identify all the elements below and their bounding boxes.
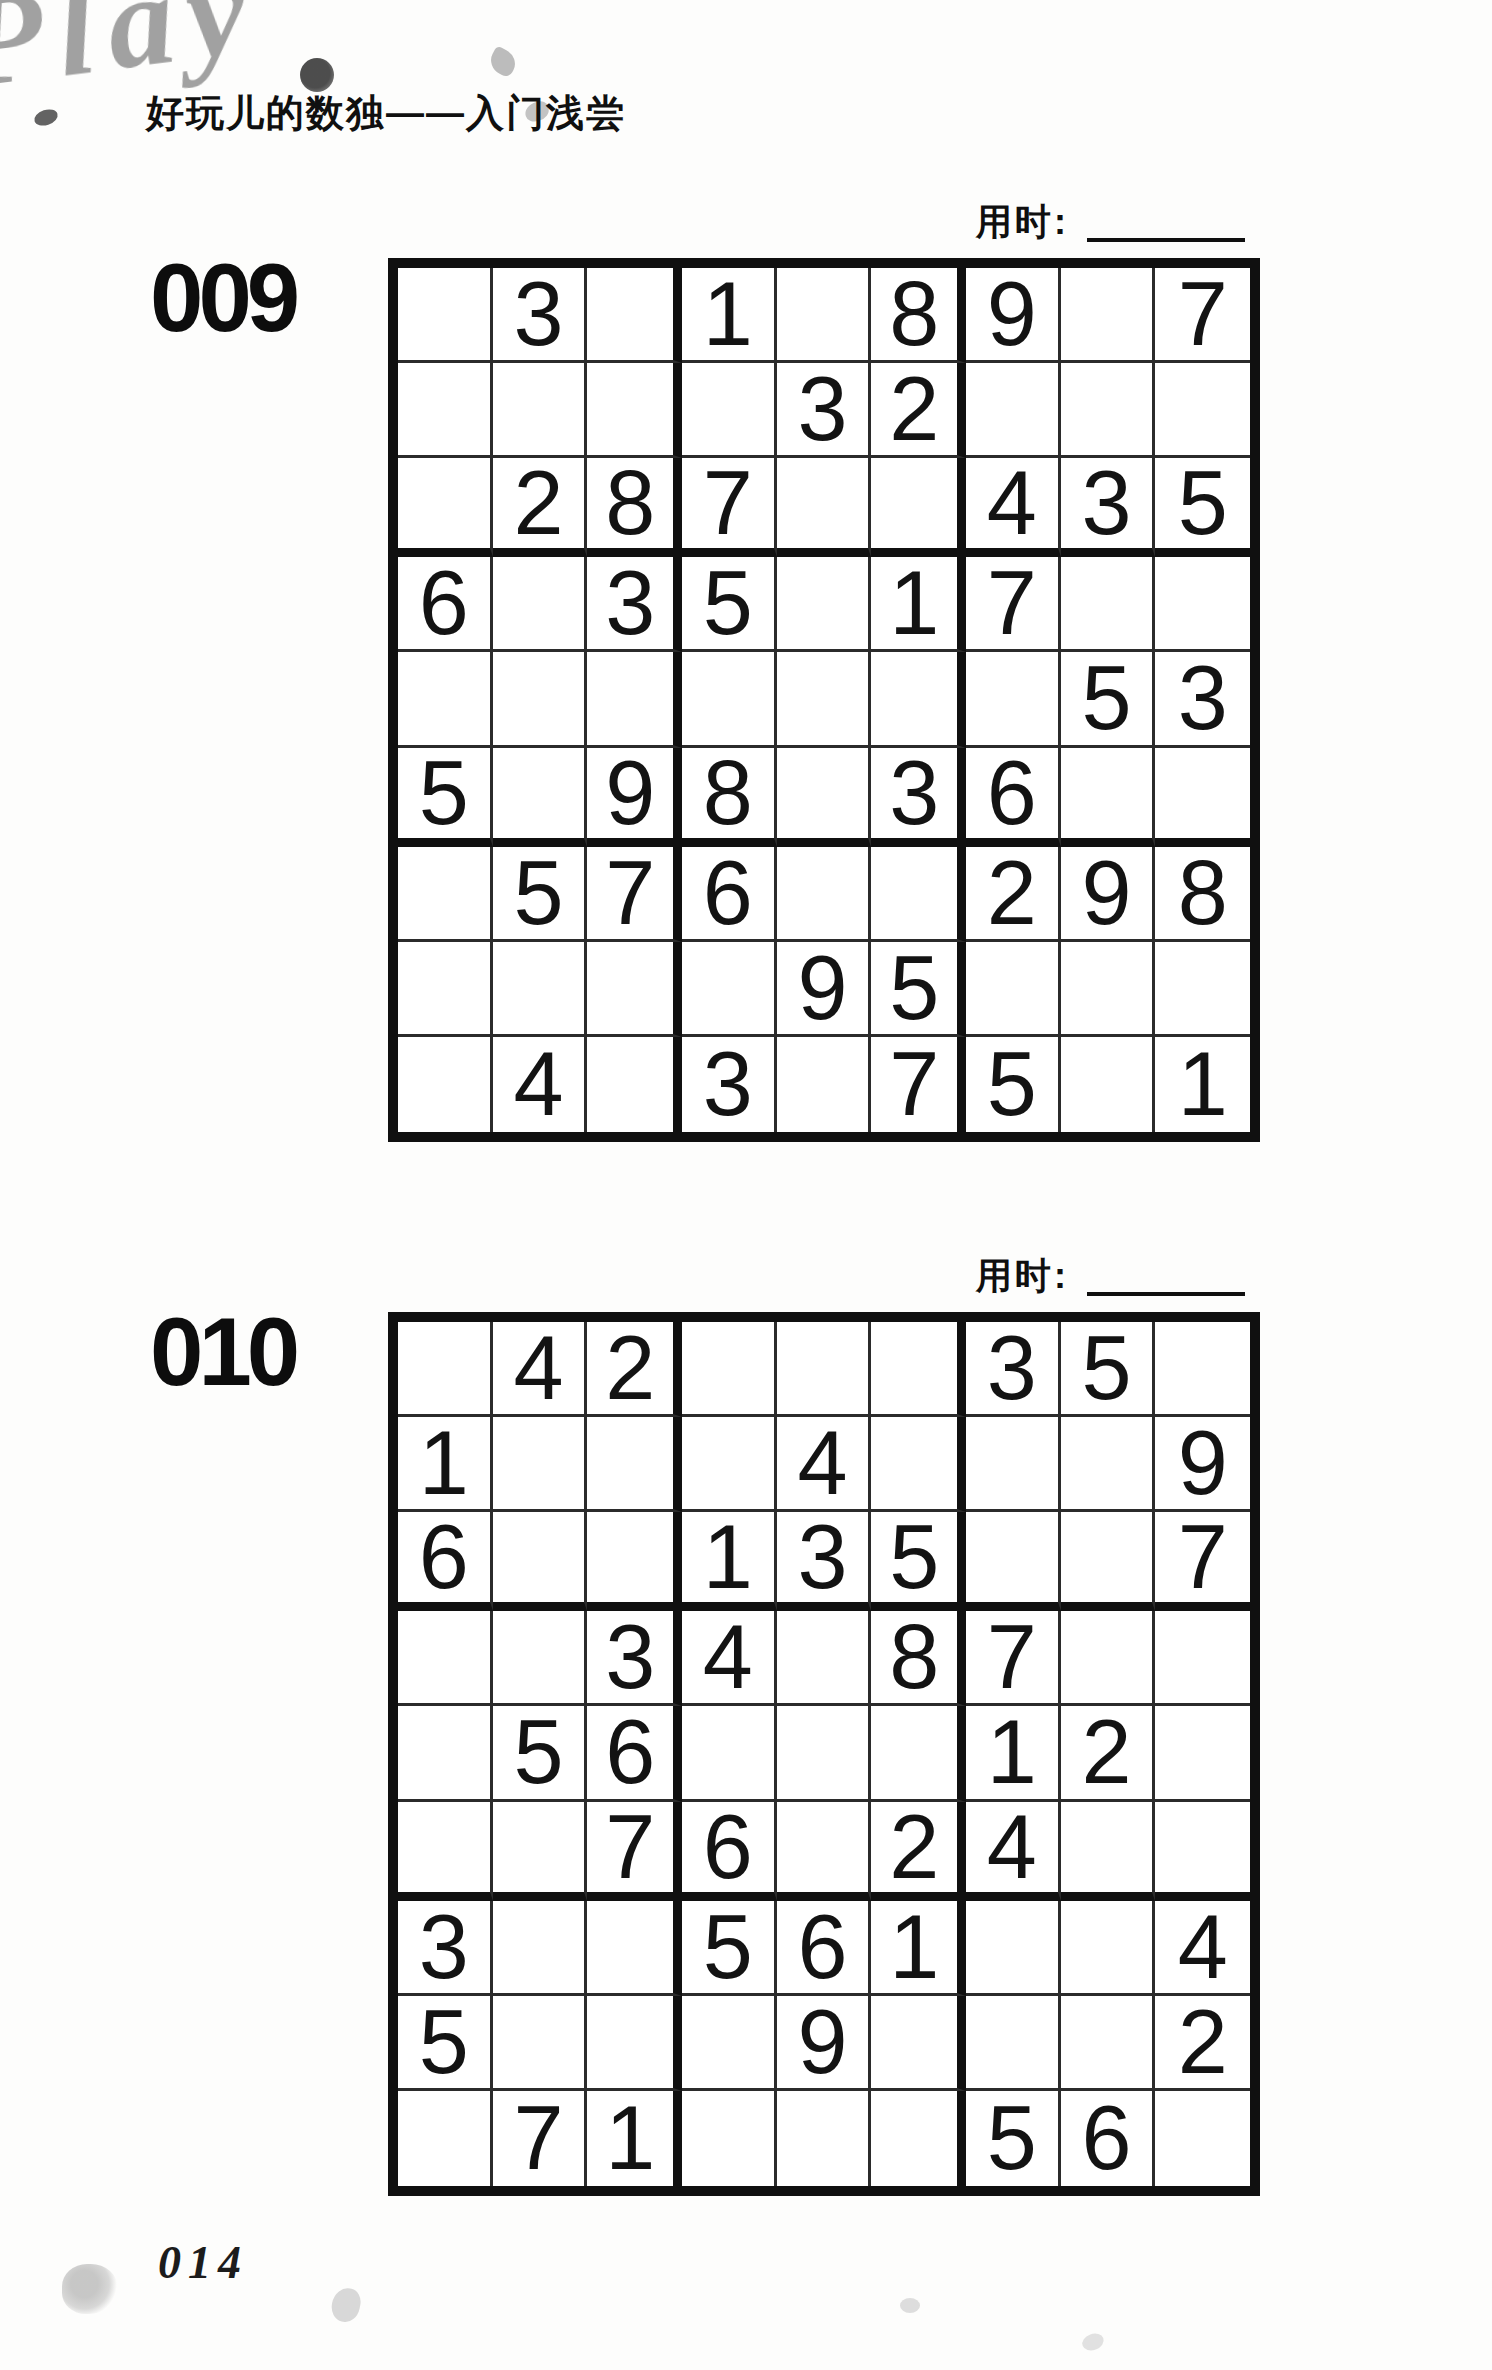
given-digit: 4 xyxy=(987,458,1037,548)
given-digit: 6 xyxy=(1081,2093,1131,2183)
sudoku-cell-r2c1[interactable] xyxy=(398,363,493,458)
sudoku-cell-r1c1[interactable] xyxy=(398,1322,493,1417)
sudoku-cell-r6c1[interactable]: 5 xyxy=(398,748,493,847)
given-digit: 3 xyxy=(513,269,563,359)
given-digit: 2 xyxy=(987,848,1037,938)
given-digit: 5 xyxy=(987,2093,1037,2183)
sudoku-cell-r3c7[interactable]: 4 xyxy=(966,458,1061,557)
sudoku-cell-r8c5[interactable]: 9 xyxy=(777,1996,872,2091)
sudoku-cell-r6c4[interactable]: 6 xyxy=(682,1802,777,1901)
sudoku-cell-r3c8[interactable] xyxy=(1061,1512,1156,1611)
sudoku-cell-r1c5[interactable] xyxy=(777,268,872,363)
sudoku-cell-r2c3[interactable] xyxy=(587,1417,682,1512)
sudoku-cell-r1c6[interactable] xyxy=(871,1322,966,1417)
sudoku-cell-r9c1[interactable] xyxy=(398,2091,493,2186)
sudoku-cell-r5c9[interactable]: 3 xyxy=(1155,652,1250,747)
sudoku-cell-r3c8[interactable]: 3 xyxy=(1061,458,1156,557)
given-digit: 5 xyxy=(889,1512,939,1602)
given-digit: 8 xyxy=(889,269,939,359)
sudoku-cell-r1c9[interactable]: 7 xyxy=(1155,268,1250,363)
sudoku-cell-r5c7[interactable] xyxy=(966,652,1061,747)
given-digit: 5 xyxy=(513,848,563,938)
sudoku-cell-r8c8[interactable] xyxy=(1061,1996,1156,2091)
sudoku-cell-r7c2[interactable] xyxy=(493,1901,588,1996)
given-digit: 3 xyxy=(605,1612,655,1702)
sudoku-cell-r6c3[interactable]: 9 xyxy=(587,748,682,847)
sudoku-cell-r6c2[interactable] xyxy=(493,748,588,847)
sudoku-cell-r8c4[interactable] xyxy=(682,942,777,1037)
puzzle-number-009: 009 xyxy=(150,250,295,346)
sudoku-cell-r4c8[interactable] xyxy=(1061,557,1156,652)
given-digit: 9 xyxy=(1178,1418,1228,1508)
sudoku-cell-r9c4[interactable] xyxy=(682,2091,777,2186)
sudoku-cell-r7c6[interactable] xyxy=(871,847,966,942)
given-digit: 7 xyxy=(889,1039,939,1129)
sudoku-cell-r8c3[interactable] xyxy=(587,942,682,1037)
sudoku-cell-r8c7[interactable] xyxy=(966,1996,1061,2091)
given-digit: 5 xyxy=(703,1902,753,1992)
sudoku-cell-r6c2[interactable] xyxy=(493,1802,588,1901)
sudoku-cell-r2c7[interactable] xyxy=(966,1417,1061,1512)
sudoku-cell-r2c4[interactable] xyxy=(682,1417,777,1512)
sudoku-cell-r1c7[interactable]: 3 xyxy=(966,1322,1061,1417)
time-used-row-010: 用时: xyxy=(976,1252,1245,1296)
given-digit: 9 xyxy=(605,748,655,838)
sudoku-cell-r6c7[interactable]: 6 xyxy=(966,748,1061,847)
given-digit: 3 xyxy=(605,558,655,648)
sudoku-cell-r4c4[interactable]: 4 xyxy=(682,1611,777,1706)
given-digit: 1 xyxy=(703,269,753,359)
sudoku-cell-r1c8[interactable] xyxy=(1061,268,1156,363)
given-digit: 2 xyxy=(889,364,939,454)
given-digit: 1 xyxy=(889,558,939,648)
sudoku-cell-r3c1[interactable] xyxy=(398,458,493,557)
sudoku-cell-r7c8[interactable]: 9 xyxy=(1061,847,1156,942)
given-digit: 5 xyxy=(419,748,469,838)
given-digit: 6 xyxy=(703,848,753,938)
given-digit: 7 xyxy=(605,848,655,938)
time-used-row-009: 用时: xyxy=(976,198,1245,242)
sudoku-cell-r9c4[interactable]: 3 xyxy=(682,1037,777,1132)
sudoku-cell-r6c9[interactable] xyxy=(1155,748,1250,847)
sudoku-cell-r3c9[interactable]: 5 xyxy=(1155,458,1250,557)
sudoku-cell-r8c6[interactable]: 5 xyxy=(871,942,966,1037)
sudoku-cell-r2c8[interactable] xyxy=(1061,363,1156,458)
ink-smudge xyxy=(300,58,334,92)
sudoku-cell-r4c7[interactable]: 7 xyxy=(966,557,1061,652)
sudoku-cell-r3c4[interactable]: 1 xyxy=(682,1512,777,1611)
given-digit: 7 xyxy=(987,558,1037,648)
given-digit: 5 xyxy=(1178,458,1228,548)
time-used-label: 用时: xyxy=(976,201,1069,242)
given-digit: 7 xyxy=(513,2093,563,2183)
sudoku-cell-r1c4[interactable] xyxy=(682,1322,777,1417)
ink-smudge xyxy=(486,45,520,78)
given-digit: 2 xyxy=(605,1323,655,1413)
given-digit: 3 xyxy=(987,1323,1037,1413)
sudoku-cell-r5c5[interactable] xyxy=(777,1706,872,1801)
sudoku-cell-r8c9[interactable] xyxy=(1155,942,1250,1037)
sudoku-cell-r6c5[interactable] xyxy=(777,748,872,847)
sudoku-cell-r5c2[interactable]: 5 xyxy=(493,1706,588,1801)
given-digit: 7 xyxy=(1178,1512,1228,1602)
sudoku-cell-r7c5[interactable] xyxy=(777,847,872,942)
sudoku-cell-r1c2[interactable]: 3 xyxy=(493,268,588,363)
sudoku-cell-r9c8[interactable]: 6 xyxy=(1061,2091,1156,2186)
sudoku-cell-r5c5[interactable] xyxy=(777,652,872,747)
sudoku-cell-r2c8[interactable] xyxy=(1061,1417,1156,1512)
sudoku-cell-r3c9[interactable]: 7 xyxy=(1155,1512,1250,1611)
sudoku-cell-r7c1[interactable]: 3 xyxy=(398,1901,493,1996)
sudoku-cell-r2c3[interactable] xyxy=(587,363,682,458)
given-digit: 3 xyxy=(1081,458,1131,548)
given-digit: 3 xyxy=(419,1902,469,1992)
given-digit: 9 xyxy=(987,269,1037,359)
sudoku-cell-r4c9[interactable] xyxy=(1155,1611,1250,1706)
sudoku-cell-r6c6[interactable]: 2 xyxy=(871,1802,966,1901)
given-digit: 5 xyxy=(419,1997,469,2087)
sudoku-cell-r2c9[interactable]: 9 xyxy=(1155,1417,1250,1512)
sudoku-cell-r9c9[interactable]: 1 xyxy=(1155,1037,1250,1132)
sudoku-cell-r1c4[interactable]: 1 xyxy=(682,268,777,363)
given-digit: 8 xyxy=(703,748,753,838)
sudoku-cell-r9c9[interactable] xyxy=(1155,2091,1250,2186)
sudoku-cell-r9c8[interactable] xyxy=(1061,1037,1156,1132)
sudoku-cell-r4c3[interactable]: 3 xyxy=(587,1611,682,1706)
given-digit: 8 xyxy=(1178,848,1228,938)
time-used-label: 用时: xyxy=(976,1255,1069,1296)
given-digit: 7 xyxy=(605,1802,655,1892)
time-blank-line[interactable] xyxy=(1087,202,1245,242)
given-digit: 6 xyxy=(419,558,469,648)
given-digit: 3 xyxy=(703,1039,753,1129)
sudoku-grid-010: 423514961357348756127624356145927156 xyxy=(388,1312,1260,2196)
sudoku-cell-r4c7[interactable]: 7 xyxy=(966,1611,1061,1706)
sudoku-cell-r5c9[interactable] xyxy=(1155,1706,1250,1801)
sudoku-cell-r4c1[interactable]: 6 xyxy=(398,557,493,652)
sudoku-cell-r4c6[interactable]: 8 xyxy=(871,1611,966,1706)
sudoku-cell-r5c3[interactable] xyxy=(587,652,682,747)
sudoku-cell-r8c2[interactable] xyxy=(493,1996,588,2091)
sudoku-cell-r5c4[interactable] xyxy=(682,652,777,747)
given-digit: 4 xyxy=(797,1418,847,1508)
sudoku-cell-r4c6[interactable]: 1 xyxy=(871,557,966,652)
sudoku-cell-r5c7[interactable]: 1 xyxy=(966,1706,1061,1801)
given-digit: 3 xyxy=(797,1512,847,1602)
sudoku-cell-r9c6[interactable]: 7 xyxy=(871,1037,966,1132)
sudoku-cell-r1c6[interactable]: 8 xyxy=(871,268,966,363)
given-digit: 5 xyxy=(1081,653,1131,743)
ink-smudge xyxy=(62,2264,118,2314)
sudoku-cell-r3c2[interactable] xyxy=(493,1512,588,1611)
sudoku-cell-r3c6[interactable]: 5 xyxy=(871,1512,966,1611)
sudoku-cell-r6c5[interactable] xyxy=(777,1802,872,1901)
sudoku-cell-r4c2[interactable] xyxy=(493,557,588,652)
given-digit: 5 xyxy=(513,1707,563,1797)
sudoku-cell-r7c3[interactable]: 7 xyxy=(587,847,682,942)
sudoku-cell-r1c3[interactable] xyxy=(587,268,682,363)
sudoku-cell-r9c2[interactable]: 4 xyxy=(493,1037,588,1132)
given-digit: 7 xyxy=(703,458,753,548)
given-digit: 8 xyxy=(605,458,655,548)
given-digit: 2 xyxy=(1081,1707,1131,1797)
sudoku-cell-r7c5[interactable]: 6 xyxy=(777,1901,872,1996)
given-digit: 5 xyxy=(1081,1323,1131,1413)
sudoku-cell-r1c7[interactable]: 9 xyxy=(966,268,1061,363)
sudoku-cell-r3c5[interactable] xyxy=(777,458,872,557)
sudoku-cell-r4c9[interactable] xyxy=(1155,557,1250,652)
sudoku-cell-r8c8[interactable] xyxy=(1061,942,1156,1037)
sudoku-cell-r8c1[interactable] xyxy=(398,942,493,1037)
page-number: 014 xyxy=(158,2236,248,2289)
given-digit: 1 xyxy=(987,1707,1037,1797)
sudoku-cell-r9c1[interactable] xyxy=(398,1037,493,1132)
sudoku-cell-r9c5[interactable] xyxy=(777,2091,872,2186)
sudoku-cell-r8c1[interactable]: 5 xyxy=(398,1996,493,2091)
sudoku-cell-r3c6[interactable] xyxy=(871,458,966,557)
given-digit: 5 xyxy=(889,943,939,1033)
sudoku-cell-r8c6[interactable] xyxy=(871,1996,966,2091)
sudoku-cell-r9c7[interactable]: 5 xyxy=(966,1037,1061,1132)
sudoku-cell-r6c7[interactable]: 4 xyxy=(966,1802,1061,1901)
sudoku-cell-r5c6[interactable] xyxy=(871,652,966,747)
sudoku-cell-r1c8[interactable]: 5 xyxy=(1061,1322,1156,1417)
sudoku-cell-r2c9[interactable] xyxy=(1155,363,1250,458)
given-digit: 9 xyxy=(797,943,847,1033)
page-title: 好玩儿的数独——入门浅尝 xyxy=(146,88,626,139)
sudoku-cell-r4c2[interactable] xyxy=(493,1611,588,1706)
sudoku-cell-r8c2[interactable] xyxy=(493,942,588,1037)
sudoku-cell-r7c7[interactable] xyxy=(966,1901,1061,1996)
time-blank-line[interactable] xyxy=(1087,1256,1245,1296)
given-digit: 5 xyxy=(703,558,753,648)
sudoku-cell-r3c1[interactable]: 6 xyxy=(398,1512,493,1611)
sudoku-cell-r5c1[interactable] xyxy=(398,1706,493,1801)
given-digit: 3 xyxy=(1178,653,1228,743)
sudoku-cell-r2c2[interactable] xyxy=(493,1417,588,1512)
sudoku-cell-r9c2[interactable]: 7 xyxy=(493,2091,588,2186)
given-digit: 6 xyxy=(987,748,1037,838)
sudoku-grid-009: 31897322874356351753598365762989543751 xyxy=(388,258,1260,1142)
sudoku-cell-r1c2[interactable]: 4 xyxy=(493,1322,588,1417)
sudoku-cell-r5c4[interactable] xyxy=(682,1706,777,1801)
sudoku-cell-r4c3[interactable]: 3 xyxy=(587,557,682,652)
sudoku-cell-r7c4[interactable]: 6 xyxy=(682,847,777,942)
sudoku-cell-r7c3[interactable] xyxy=(587,1901,682,1996)
given-digit: 8 xyxy=(889,1612,939,1702)
sudoku-cell-r3c3[interactable]: 8 xyxy=(587,458,682,557)
sudoku-cell-r5c3[interactable]: 6 xyxy=(587,1706,682,1801)
sudoku-cell-r2c5[interactable]: 3 xyxy=(777,363,872,458)
given-digit: 2 xyxy=(1178,1997,1228,2087)
sudoku-cell-r4c8[interactable] xyxy=(1061,1611,1156,1706)
sudoku-cell-r9c3[interactable]: 1 xyxy=(587,2091,682,2186)
sudoku-cell-r9c3[interactable] xyxy=(587,1037,682,1132)
given-digit: 2 xyxy=(513,458,563,548)
sudoku-cell-r5c2[interactable] xyxy=(493,652,588,747)
given-digit: 1 xyxy=(1178,1039,1228,1129)
given-digit: 5 xyxy=(987,1039,1037,1129)
sudoku-cell-r6c8[interactable] xyxy=(1061,1802,1156,1901)
sudoku-cell-r4c5[interactable] xyxy=(777,557,872,652)
sudoku-cell-r5c8[interactable]: 5 xyxy=(1061,652,1156,747)
sudoku-cell-r1c1[interactable] xyxy=(398,268,493,363)
given-digit: 7 xyxy=(987,1612,1037,1702)
given-digit: 4 xyxy=(987,1802,1037,1892)
given-digit: 6 xyxy=(605,1707,655,1797)
sudoku-cell-r2c6[interactable] xyxy=(871,1417,966,1512)
sudoku-cell-r7c1[interactable] xyxy=(398,847,493,942)
puzzle-number-010: 010 xyxy=(150,1304,295,1400)
given-digit: 4 xyxy=(703,1612,753,1702)
sudoku-cell-r8c5[interactable]: 9 xyxy=(777,942,872,1037)
ink-smudge xyxy=(1080,2331,1106,2354)
sudoku-cell-r8c9[interactable]: 2 xyxy=(1155,1996,1250,2091)
given-digit: 3 xyxy=(889,748,939,838)
sudoku-cell-r9c5[interactable] xyxy=(777,1037,872,1132)
given-digit: 7 xyxy=(1178,269,1228,359)
sudoku-cell-r4c4[interactable]: 5 xyxy=(682,557,777,652)
sudoku-cell-r6c9[interactable] xyxy=(1155,1802,1250,1901)
sudoku-cell-r7c2[interactable]: 5 xyxy=(493,847,588,942)
ink-smudge xyxy=(329,2285,363,2324)
sudoku-cell-r5c1[interactable] xyxy=(398,652,493,747)
sudoku-cell-r3c3[interactable] xyxy=(587,1512,682,1611)
given-digit: 4 xyxy=(513,1323,563,1413)
given-digit: 6 xyxy=(703,1802,753,1892)
given-digit: 4 xyxy=(513,1039,563,1129)
sudoku-cell-r4c1[interactable] xyxy=(398,1611,493,1706)
given-digit: 1 xyxy=(703,1512,753,1602)
sudoku-cell-r9c7[interactable]: 5 xyxy=(966,2091,1061,2186)
sudoku-cell-r3c2[interactable]: 2 xyxy=(493,458,588,557)
sudoku-cell-r6c1[interactable] xyxy=(398,1802,493,1901)
sudoku-cell-r2c6[interactable]: 2 xyxy=(871,363,966,458)
given-digit: 3 xyxy=(797,364,847,454)
sudoku-cell-r3c4[interactable]: 7 xyxy=(682,458,777,557)
sudoku-cell-r2c5[interactable]: 4 xyxy=(777,1417,872,1512)
sudoku-cell-r6c4[interactable]: 8 xyxy=(682,748,777,847)
sudoku-cell-r8c4[interactable] xyxy=(682,1996,777,2091)
sudoku-cell-r3c7[interactable] xyxy=(966,1512,1061,1611)
given-digit: 2 xyxy=(889,1802,939,1892)
given-digit: 4 xyxy=(1178,1902,1228,1992)
sudoku-cell-r1c9[interactable] xyxy=(1155,1322,1250,1417)
sudoku-cell-r7c8[interactable] xyxy=(1061,1901,1156,1996)
given-digit: 6 xyxy=(419,1512,469,1602)
sudoku-cell-r4c5[interactable] xyxy=(777,1611,872,1706)
sudoku-cell-r7c4[interactable]: 5 xyxy=(682,1901,777,1996)
sudoku-cell-r2c4[interactable] xyxy=(682,363,777,458)
sudoku-cell-r8c3[interactable] xyxy=(587,1996,682,2091)
sudoku-cell-r2c1[interactable]: 1 xyxy=(398,1417,493,1512)
sudoku-cell-r7c6[interactable]: 1 xyxy=(871,1901,966,1996)
given-digit: 9 xyxy=(1081,848,1131,938)
sudoku-cell-r1c3[interactable]: 2 xyxy=(587,1322,682,1417)
sudoku-cell-r3c5[interactable]: 3 xyxy=(777,1512,872,1611)
sudoku-cell-r8c7[interactable] xyxy=(966,942,1061,1037)
sudoku-cell-r6c3[interactable]: 7 xyxy=(587,1802,682,1901)
given-digit: 6 xyxy=(797,1902,847,1992)
ink-smudge xyxy=(900,2298,920,2313)
sudoku-cell-r2c2[interactable] xyxy=(493,363,588,458)
sudoku-cell-r1c5[interactable] xyxy=(777,1322,872,1417)
sudoku-cell-r2c7[interactable] xyxy=(966,363,1061,458)
sudoku-cell-r6c6[interactable]: 3 xyxy=(871,748,966,847)
sudoku-cell-r7c9[interactable]: 4 xyxy=(1155,1901,1250,1996)
given-digit: 1 xyxy=(889,1902,939,1992)
sudoku-cell-r6c8[interactable] xyxy=(1061,748,1156,847)
sudoku-cell-r5c6[interactable] xyxy=(871,1706,966,1801)
sudoku-cell-r7c7[interactable]: 2 xyxy=(966,847,1061,942)
sudoku-cell-r7c9[interactable]: 8 xyxy=(1155,847,1250,942)
sudoku-cell-r5c8[interactable]: 2 xyxy=(1061,1706,1156,1801)
sudoku-cell-r9c6[interactable] xyxy=(871,2091,966,2186)
given-digit: 1 xyxy=(419,1418,469,1508)
book-page: Play 好玩儿的数独——入门浅尝 009 用时: 31897322874356… xyxy=(0,0,1492,2370)
given-digit: 9 xyxy=(797,1997,847,2087)
given-digit: 1 xyxy=(605,2093,655,2183)
